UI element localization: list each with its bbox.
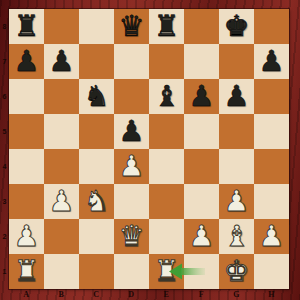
square-e2[interactable]	[149, 219, 184, 254]
rank-label-2: 2	[0, 219, 9, 254]
file-label-d: D	[114, 289, 149, 300]
rank-label-8: 8	[0, 9, 9, 44]
square-c4[interactable]	[79, 149, 114, 184]
rank-label-1: 1	[0, 254, 9, 289]
square-e7[interactable]	[149, 44, 184, 79]
white-pawn: ♟	[254, 219, 289, 254]
file-label-a: A	[9, 289, 44, 300]
black-pawn: ♟	[219, 79, 254, 114]
file-label-g: G	[219, 289, 254, 300]
square-f3[interactable]	[184, 184, 219, 219]
square-g1[interactable]: ♚	[219, 254, 254, 289]
square-d7[interactable]	[114, 44, 149, 79]
square-d8[interactable]: ♛	[114, 9, 149, 44]
chess-board-frame: 87654321 ♜♛♜♚♟♟♟♞♝♟♟♟♟♟♞♟♟♛♟♝♟♜♜♚ ABCDEF…	[0, 0, 300, 300]
black-pawn: ♟	[114, 114, 149, 149]
square-d4[interactable]: ♟	[114, 149, 149, 184]
square-h2[interactable]: ♟	[254, 219, 289, 254]
black-bishop: ♝	[149, 79, 184, 114]
square-c7[interactable]	[79, 44, 114, 79]
file-label-f: F	[184, 289, 219, 300]
square-b3[interactable]: ♟	[44, 184, 79, 219]
square-e5[interactable]	[149, 114, 184, 149]
square-a1[interactable]: ♜	[9, 254, 44, 289]
black-queen: ♛	[114, 9, 149, 44]
square-e3[interactable]	[149, 184, 184, 219]
square-g3[interactable]: ♟	[219, 184, 254, 219]
black-rook: ♜	[9, 9, 44, 44]
rank-label-7: 7	[0, 44, 9, 79]
rank-labels: 87654321	[0, 9, 9, 289]
chess-board[interactable]: ♜♛♜♚♟♟♟♞♝♟♟♟♟♟♞♟♟♛♟♝♟♜♜♚	[9, 9, 289, 289]
square-b6[interactable]	[44, 79, 79, 114]
square-d1[interactable]	[114, 254, 149, 289]
rank-label-6: 6	[0, 79, 9, 114]
square-a8[interactable]: ♜	[9, 9, 44, 44]
square-d6[interactable]	[114, 79, 149, 114]
square-h5[interactable]	[254, 114, 289, 149]
square-a5[interactable]	[9, 114, 44, 149]
square-f4[interactable]	[184, 149, 219, 184]
rank-label-5: 5	[0, 114, 9, 149]
white-rook: ♜	[9, 254, 44, 289]
white-pawn: ♟	[114, 149, 149, 184]
rank-label-3: 3	[0, 184, 9, 219]
square-h7[interactable]: ♟	[254, 44, 289, 79]
square-b1[interactable]	[44, 254, 79, 289]
square-d5[interactable]: ♟	[114, 114, 149, 149]
square-b7[interactable]: ♟	[44, 44, 79, 79]
white-king: ♚	[219, 254, 254, 289]
square-c8[interactable]	[79, 9, 114, 44]
square-h4[interactable]	[254, 149, 289, 184]
square-g2[interactable]: ♝	[219, 219, 254, 254]
white-queen: ♛	[114, 219, 149, 254]
square-b5[interactable]	[44, 114, 79, 149]
last-move-arrow-icon	[168, 262, 206, 281]
square-c6[interactable]: ♞	[79, 79, 114, 114]
square-g7[interactable]	[219, 44, 254, 79]
square-f7[interactable]	[184, 44, 219, 79]
square-c3[interactable]: ♞	[79, 184, 114, 219]
square-c2[interactable]	[79, 219, 114, 254]
square-b4[interactable]	[44, 149, 79, 184]
square-b8[interactable]	[44, 9, 79, 44]
square-a7[interactable]: ♟	[9, 44, 44, 79]
square-g4[interactable]	[219, 149, 254, 184]
square-g8[interactable]: ♚	[219, 9, 254, 44]
square-h3[interactable]	[254, 184, 289, 219]
file-label-e: E	[149, 289, 184, 300]
white-pawn: ♟	[219, 184, 254, 219]
square-a3[interactable]	[9, 184, 44, 219]
white-knight: ♞	[79, 184, 114, 219]
black-pawn: ♟	[254, 44, 289, 79]
square-a4[interactable]	[9, 149, 44, 184]
file-label-h: H	[254, 289, 289, 300]
square-b2[interactable]	[44, 219, 79, 254]
black-pawn: ♟	[184, 79, 219, 114]
square-e8[interactable]: ♜	[149, 9, 184, 44]
white-pawn: ♟	[9, 219, 44, 254]
black-king: ♚	[219, 9, 254, 44]
black-pawn: ♟	[44, 44, 79, 79]
black-pawn: ♟	[9, 44, 44, 79]
white-bishop: ♝	[219, 219, 254, 254]
square-f5[interactable]	[184, 114, 219, 149]
white-pawn: ♟	[44, 184, 79, 219]
square-g5[interactable]	[219, 114, 254, 149]
black-knight: ♞	[79, 79, 114, 114]
square-e4[interactable]	[149, 149, 184, 184]
square-a2[interactable]: ♟	[9, 219, 44, 254]
square-h6[interactable]	[254, 79, 289, 114]
square-f6[interactable]: ♟	[184, 79, 219, 114]
file-labels: ABCDEFGH	[9, 289, 289, 300]
square-e6[interactable]: ♝	[149, 79, 184, 114]
square-c1[interactable]	[79, 254, 114, 289]
square-f2[interactable]: ♟	[184, 219, 219, 254]
square-c5[interactable]	[79, 114, 114, 149]
black-rook: ♜	[149, 9, 184, 44]
white-pawn: ♟	[184, 219, 219, 254]
square-g6[interactable]: ♟	[219, 79, 254, 114]
square-a6[interactable]	[9, 79, 44, 114]
square-h8[interactable]	[254, 9, 289, 44]
square-f8[interactable]	[184, 9, 219, 44]
file-label-c: C	[79, 289, 114, 300]
file-label-b: B	[44, 289, 79, 300]
square-d3[interactable]	[114, 184, 149, 219]
rank-label-4: 4	[0, 149, 9, 184]
square-d2[interactable]: ♛	[114, 219, 149, 254]
square-h1[interactable]	[254, 254, 289, 289]
